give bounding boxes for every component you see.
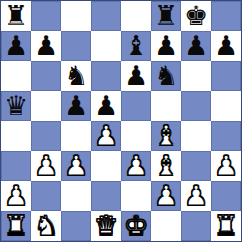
- square-g1[interactable]: [181, 211, 211, 241]
- square-f2[interactable]: ♟: [151, 181, 181, 211]
- piece-white-bishop[interactable]: ♝: [154, 152, 178, 179]
- square-e4[interactable]: [121, 121, 151, 151]
- chess-board: ♜♜♚♟♟♝♟♟♟♞♟♞♛♟♟♟♝♟♟♟♝♟♟♟♟♜♞♛♚♜: [0, 0, 242, 242]
- square-c6[interactable]: ♞: [61, 61, 91, 91]
- square-g6[interactable]: [181, 61, 211, 91]
- square-f1[interactable]: [151, 211, 181, 241]
- piece-black-pawn[interactable]: ♟: [64, 92, 88, 119]
- square-g3[interactable]: [181, 151, 211, 181]
- piece-white-pawn[interactable]: ♟: [124, 152, 148, 179]
- piece-white-pawn[interactable]: ♟: [64, 152, 88, 179]
- square-f3[interactable]: ♝: [151, 151, 181, 181]
- square-h3[interactable]: ♟: [211, 151, 241, 181]
- square-d5[interactable]: ♟: [91, 91, 121, 121]
- square-c3[interactable]: ♟: [61, 151, 91, 181]
- piece-black-pawn[interactable]: ♟: [4, 32, 28, 59]
- square-g5[interactable]: [181, 91, 211, 121]
- square-h4[interactable]: [211, 121, 241, 151]
- piece-black-queen[interactable]: ♛: [4, 92, 28, 119]
- square-h1[interactable]: ♜: [211, 211, 241, 241]
- piece-black-pawn[interactable]: ♟: [214, 32, 238, 59]
- piece-white-queen[interactable]: ♛: [94, 212, 118, 239]
- square-g4[interactable]: [181, 121, 211, 151]
- square-f4[interactable]: ♝: [151, 121, 181, 151]
- square-d8[interactable]: [91, 1, 121, 31]
- piece-white-pawn[interactable]: ♟: [34, 152, 58, 179]
- square-h2[interactable]: [211, 181, 241, 211]
- square-c4[interactable]: [61, 121, 91, 151]
- square-a8[interactable]: ♜: [1, 1, 31, 31]
- square-d6[interactable]: [91, 61, 121, 91]
- square-f7[interactable]: ♟: [151, 31, 181, 61]
- piece-white-pawn[interactable]: ♟: [4, 182, 28, 209]
- square-h6[interactable]: [211, 61, 241, 91]
- piece-black-rook[interactable]: ♜: [4, 2, 28, 29]
- piece-white-pawn[interactable]: ♟: [214, 152, 238, 179]
- square-a7[interactable]: ♟: [1, 31, 31, 61]
- square-g2[interactable]: ♟: [181, 181, 211, 211]
- square-h7[interactable]: ♟: [211, 31, 241, 61]
- square-c1[interactable]: [61, 211, 91, 241]
- piece-white-knight[interactable]: ♞: [34, 212, 58, 239]
- square-b6[interactable]: [31, 61, 61, 91]
- piece-white-pawn[interactable]: ♟: [184, 182, 208, 209]
- square-a6[interactable]: [1, 61, 31, 91]
- square-e3[interactable]: ♟: [121, 151, 151, 181]
- square-e1[interactable]: ♚: [121, 211, 151, 241]
- piece-black-bishop[interactable]: ♝: [124, 32, 148, 59]
- square-a5[interactable]: ♛: [1, 91, 31, 121]
- square-h8[interactable]: [211, 1, 241, 31]
- piece-white-pawn[interactable]: ♟: [154, 182, 178, 209]
- piece-black-pawn[interactable]: ♟: [154, 32, 178, 59]
- piece-black-pawn[interactable]: ♟: [184, 32, 208, 59]
- square-b2[interactable]: [31, 181, 61, 211]
- piece-black-king[interactable]: ♚: [184, 2, 208, 29]
- square-f6[interactable]: ♞: [151, 61, 181, 91]
- piece-black-pawn[interactable]: ♟: [94, 92, 118, 119]
- piece-black-pawn[interactable]: ♟: [124, 62, 148, 89]
- square-a3[interactable]: [1, 151, 31, 181]
- square-c5[interactable]: ♟: [61, 91, 91, 121]
- square-b5[interactable]: [31, 91, 61, 121]
- piece-white-bishop[interactable]: ♝: [154, 122, 178, 149]
- square-f5[interactable]: [151, 91, 181, 121]
- square-d1[interactable]: ♛: [91, 211, 121, 241]
- piece-white-king[interactable]: ♚: [124, 212, 148, 239]
- square-f8[interactable]: ♜: [151, 1, 181, 31]
- square-c8[interactable]: [61, 1, 91, 31]
- square-e7[interactable]: ♝: [121, 31, 151, 61]
- square-a1[interactable]: ♜: [1, 211, 31, 241]
- square-e6[interactable]: ♟: [121, 61, 151, 91]
- square-g7[interactable]: ♟: [181, 31, 211, 61]
- square-b8[interactable]: [31, 1, 61, 31]
- piece-white-pawn[interactable]: ♟: [94, 122, 118, 149]
- piece-black-knight[interactable]: ♞: [154, 62, 178, 89]
- square-b7[interactable]: ♟: [31, 31, 61, 61]
- square-c2[interactable]: [61, 181, 91, 211]
- square-d4[interactable]: ♟: [91, 121, 121, 151]
- square-b4[interactable]: [31, 121, 61, 151]
- square-e5[interactable]: [121, 91, 151, 121]
- square-b3[interactable]: ♟: [31, 151, 61, 181]
- piece-black-pawn[interactable]: ♟: [34, 32, 58, 59]
- square-d3[interactable]: [91, 151, 121, 181]
- square-d2[interactable]: [91, 181, 121, 211]
- square-a4[interactable]: [1, 121, 31, 151]
- square-g8[interactable]: ♚: [181, 1, 211, 31]
- square-e8[interactable]: [121, 1, 151, 31]
- square-d7[interactable]: [91, 31, 121, 61]
- piece-black-knight[interactable]: ♞: [64, 62, 88, 89]
- piece-white-rook[interactable]: ♜: [214, 212, 238, 239]
- piece-white-rook[interactable]: ♜: [4, 212, 28, 239]
- piece-black-rook[interactable]: ♜: [154, 2, 178, 29]
- square-h5[interactable]: [211, 91, 241, 121]
- square-b1[interactable]: ♞: [31, 211, 61, 241]
- square-c7[interactable]: [61, 31, 91, 61]
- square-e2[interactable]: [121, 181, 151, 211]
- square-a2[interactable]: ♟: [1, 181, 31, 211]
